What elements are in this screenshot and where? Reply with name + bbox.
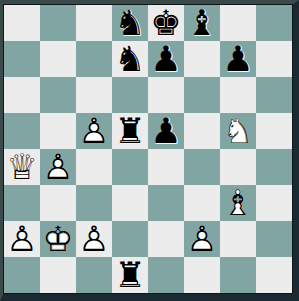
square-c5[interactable]: ♟♙ <box>76 113 112 149</box>
square-c1[interactable] <box>76 257 112 293</box>
square-b4[interactable]: ♟♙ <box>40 149 76 185</box>
square-c2[interactable]: ♟♙ <box>76 221 112 257</box>
square-c3[interactable] <box>76 185 112 221</box>
white-pawn[interactable]: ♟♙ <box>40 149 76 185</box>
square-a3[interactable] <box>4 185 40 221</box>
black-knight-glyph: ♞ <box>112 5 148 41</box>
black-bishop[interactable]: ♝ <box>184 5 220 41</box>
black-knight[interactable]: ♞ <box>112 41 148 77</box>
square-a4[interactable]: ♛♕ <box>4 149 40 185</box>
white-pawn-outline: ♙ <box>76 113 112 149</box>
square-b5[interactable] <box>40 113 76 149</box>
black-pawn[interactable]: ♟ <box>220 41 256 77</box>
square-a2[interactable]: ♟♙ <box>4 221 40 257</box>
white-king[interactable]: ♚♔ <box>40 221 76 257</box>
square-e3[interactable] <box>148 185 184 221</box>
square-c4[interactable] <box>76 149 112 185</box>
black-pawn-glyph: ♟ <box>148 113 184 149</box>
white-pawn[interactable]: ♟♙ <box>76 221 112 257</box>
square-d8[interactable]: ♞ <box>112 5 148 41</box>
square-b3[interactable] <box>40 185 76 221</box>
white-pawn[interactable]: ♟♙ <box>76 113 112 149</box>
square-a1[interactable] <box>4 257 40 293</box>
square-g8[interactable] <box>220 5 256 41</box>
square-e1[interactable] <box>148 257 184 293</box>
square-g6[interactable] <box>220 77 256 113</box>
square-f8[interactable]: ♝ <box>184 5 220 41</box>
square-a5[interactable] <box>4 113 40 149</box>
square-c6[interactable] <box>76 77 112 113</box>
black-rook-glyph: ♜ <box>112 113 148 149</box>
black-pawn[interactable]: ♟ <box>148 41 184 77</box>
square-e6[interactable] <box>148 77 184 113</box>
square-a7[interactable] <box>4 41 40 77</box>
square-h4[interactable] <box>256 149 292 185</box>
square-g5[interactable]: ♞♘ <box>220 113 256 149</box>
white-pawn[interactable]: ♟♙ <box>4 221 40 257</box>
square-d5[interactable]: ♜ <box>112 113 148 149</box>
square-h1[interactable] <box>256 257 292 293</box>
black-king-glyph: ♚ <box>148 5 184 41</box>
white-pawn-outline: ♙ <box>40 149 76 185</box>
square-f2[interactable]: ♟♙ <box>184 221 220 257</box>
square-e5[interactable]: ♟ <box>148 113 184 149</box>
square-d4[interactable] <box>112 149 148 185</box>
square-c8[interactable] <box>76 5 112 41</box>
square-e7[interactable]: ♟ <box>148 41 184 77</box>
white-knight-outline: ♘ <box>220 113 256 149</box>
square-h3[interactable] <box>256 185 292 221</box>
black-pawn-glyph: ♟ <box>220 41 256 77</box>
black-pawn[interactable]: ♟ <box>148 113 184 149</box>
square-b2[interactable]: ♚♔ <box>40 221 76 257</box>
white-queen-outline: ♕ <box>4 149 40 185</box>
square-c7[interactable] <box>76 41 112 77</box>
white-queen[interactable]: ♛♕ <box>4 149 40 185</box>
board-frame: ♞♚♝♞♟♟♟♙♜♟♞♘♛♕♟♙♝♗♟♙♚♔♟♙♟♙♜ <box>0 0 299 301</box>
square-d2[interactable] <box>112 221 148 257</box>
white-pawn-outline: ♙ <box>76 221 112 257</box>
black-bishop-glyph: ♝ <box>184 5 220 41</box>
black-pawn-glyph: ♟ <box>148 41 184 77</box>
square-h8[interactable] <box>256 5 292 41</box>
square-e2[interactable] <box>148 221 184 257</box>
square-d1[interactable]: ♜ <box>112 257 148 293</box>
square-b8[interactable] <box>40 5 76 41</box>
black-rook-glyph: ♜ <box>112 257 148 293</box>
white-king-outline: ♔ <box>40 221 76 257</box>
square-b7[interactable] <box>40 41 76 77</box>
square-e8[interactable]: ♚ <box>148 5 184 41</box>
square-h7[interactable] <box>256 41 292 77</box>
square-f4[interactable] <box>184 149 220 185</box>
chess-board: ♞♚♝♞♟♟♟♙♜♟♞♘♛♕♟♙♝♗♟♙♚♔♟♙♟♙♜ <box>4 5 292 293</box>
square-d6[interactable] <box>112 77 148 113</box>
square-f7[interactable] <box>184 41 220 77</box>
square-g4[interactable] <box>220 149 256 185</box>
square-b6[interactable] <box>40 77 76 113</box>
square-d7[interactable]: ♞ <box>112 41 148 77</box>
black-king[interactable]: ♚ <box>148 5 184 41</box>
black-knight-glyph: ♞ <box>112 41 148 77</box>
square-f3[interactable] <box>184 185 220 221</box>
square-g2[interactable] <box>220 221 256 257</box>
square-h6[interactable] <box>256 77 292 113</box>
square-h5[interactable] <box>256 113 292 149</box>
square-e4[interactable] <box>148 149 184 185</box>
square-f6[interactable] <box>184 77 220 113</box>
square-f5[interactable] <box>184 113 220 149</box>
white-pawn-outline: ♙ <box>4 221 40 257</box>
square-a6[interactable] <box>4 77 40 113</box>
black-knight[interactable]: ♞ <box>112 5 148 41</box>
white-bishop[interactable]: ♝♗ <box>220 185 256 221</box>
black-rook[interactable]: ♜ <box>112 113 148 149</box>
black-rook[interactable]: ♜ <box>112 257 148 293</box>
square-d3[interactable] <box>112 185 148 221</box>
square-f1[interactable] <box>184 257 220 293</box>
white-bishop-outline: ♗ <box>220 185 256 221</box>
square-h2[interactable] <box>256 221 292 257</box>
white-knight[interactable]: ♞♘ <box>220 113 256 149</box>
square-a8[interactable] <box>4 5 40 41</box>
square-g3[interactable]: ♝♗ <box>220 185 256 221</box>
white-pawn-outline: ♙ <box>184 221 220 257</box>
square-b1[interactable] <box>40 257 76 293</box>
square-g7[interactable]: ♟ <box>220 41 256 77</box>
square-g1[interactable] <box>220 257 256 293</box>
white-pawn[interactable]: ♟♙ <box>184 221 220 257</box>
